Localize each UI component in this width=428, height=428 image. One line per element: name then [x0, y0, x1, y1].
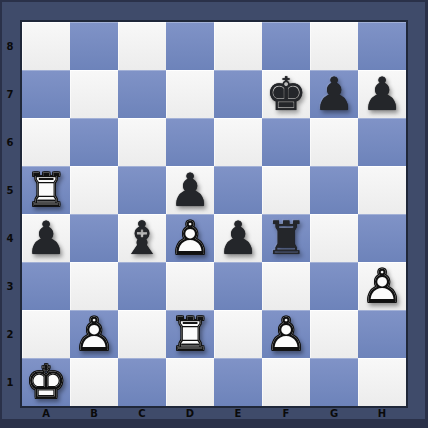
black-pawn[interactable]: ♟ [310, 70, 358, 118]
square-a6[interactable] [22, 118, 70, 166]
square-f5[interactable] [262, 166, 310, 214]
square-e8[interactable] [214, 22, 262, 70]
black-pawn-glyph: ♟ [358, 70, 406, 118]
square-h5[interactable] [358, 166, 406, 214]
file-label-d: D [166, 407, 214, 420]
rank-label-7: 7 [0, 70, 20, 118]
square-b6[interactable] [70, 118, 118, 166]
white-rook-glyph-outline: ♖ [166, 310, 214, 358]
square-h8[interactable] [358, 22, 406, 70]
black-pawn[interactable]: ♟ [22, 214, 70, 262]
square-c4[interactable]: ♝ [118, 214, 166, 262]
chess-diagram: 87654321 ABCDEFGH ♚♟♟♜♖♟♟♝♟♙♟♜♟♙♟♙♜♖♟♙♚♔ [0, 0, 428, 428]
square-b3[interactable] [70, 262, 118, 310]
square-d6[interactable] [166, 118, 214, 166]
black-rook[interactable]: ♜ [262, 214, 310, 262]
square-c3[interactable] [118, 262, 166, 310]
black-pawn-glyph: ♟ [310, 70, 358, 118]
square-g6[interactable] [310, 118, 358, 166]
square-e4[interactable]: ♟ [214, 214, 262, 262]
square-d1[interactable] [166, 358, 214, 406]
square-f1[interactable] [262, 358, 310, 406]
square-g7[interactable]: ♟ [310, 70, 358, 118]
white-rook[interactable]: ♜♖ [166, 310, 214, 358]
square-f8[interactable] [262, 22, 310, 70]
square-e3[interactable] [214, 262, 262, 310]
square-d7[interactable] [166, 70, 214, 118]
white-pawn-glyph-outline: ♙ [70, 310, 118, 358]
black-pawn[interactable]: ♟ [358, 70, 406, 118]
square-c6[interactable] [118, 118, 166, 166]
black-pawn[interactable]: ♟ [166, 166, 214, 214]
white-king[interactable]: ♚♔ [22, 358, 70, 406]
square-h2[interactable] [358, 310, 406, 358]
square-e7[interactable] [214, 70, 262, 118]
square-a8[interactable] [22, 22, 70, 70]
black-pawn[interactable]: ♟ [214, 214, 262, 262]
white-pawn-glyph-outline: ♙ [262, 310, 310, 358]
square-c2[interactable] [118, 310, 166, 358]
black-pawn-glyph: ♟ [214, 214, 262, 262]
file-label-h: H [358, 407, 406, 420]
rank-labels: 87654321 [0, 22, 20, 406]
square-f4[interactable]: ♜ [262, 214, 310, 262]
square-g1[interactable] [310, 358, 358, 406]
square-e6[interactable] [214, 118, 262, 166]
square-b1[interactable] [70, 358, 118, 406]
white-rook-glyph-outline: ♖ [22, 166, 70, 214]
square-c7[interactable] [118, 70, 166, 118]
square-b7[interactable] [70, 70, 118, 118]
square-e2[interactable] [214, 310, 262, 358]
file-label-f: F [262, 407, 310, 420]
square-h6[interactable] [358, 118, 406, 166]
board-wrap: ♚♟♟♜♖♟♟♝♟♙♟♜♟♙♟♙♜♖♟♙♚♔ [20, 20, 408, 408]
square-d4[interactable]: ♟♙ [166, 214, 214, 262]
square-g2[interactable] [310, 310, 358, 358]
white-rook[interactable]: ♜♖ [22, 166, 70, 214]
file-label-e: E [214, 407, 262, 420]
square-g4[interactable] [310, 214, 358, 262]
black-bishop[interactable]: ♝ [118, 214, 166, 262]
rank-label-3: 3 [0, 262, 20, 310]
square-g3[interactable] [310, 262, 358, 310]
white-pawn[interactable]: ♟♙ [262, 310, 310, 358]
square-a3[interactable] [22, 262, 70, 310]
file-label-b: B [70, 407, 118, 420]
square-a5[interactable]: ♜♖ [22, 166, 70, 214]
black-pawn-glyph: ♟ [166, 166, 214, 214]
square-f7[interactable]: ♚ [262, 70, 310, 118]
rank-label-1: 1 [0, 358, 20, 406]
rank-label-4: 4 [0, 214, 20, 262]
white-pawn-glyph-outline: ♙ [166, 214, 214, 262]
square-c1[interactable] [118, 358, 166, 406]
square-b2[interactable]: ♟♙ [70, 310, 118, 358]
square-h1[interactable] [358, 358, 406, 406]
square-f3[interactable] [262, 262, 310, 310]
square-d5[interactable]: ♟ [166, 166, 214, 214]
square-a1[interactable]: ♚♔ [22, 358, 70, 406]
black-king[interactable]: ♚ [262, 70, 310, 118]
white-pawn[interactable]: ♟♙ [166, 214, 214, 262]
square-a7[interactable] [22, 70, 70, 118]
square-e5[interactable] [214, 166, 262, 214]
square-a4[interactable]: ♟ [22, 214, 70, 262]
file-label-c: C [118, 407, 166, 420]
rank-label-8: 8 [0, 22, 20, 70]
square-f2[interactable]: ♟♙ [262, 310, 310, 358]
square-f6[interactable] [262, 118, 310, 166]
white-pawn[interactable]: ♟♙ [70, 310, 118, 358]
square-h7[interactable]: ♟ [358, 70, 406, 118]
chess-board: ♚♟♟♜♖♟♟♝♟♙♟♜♟♙♟♙♜♖♟♙♚♔ [22, 22, 406, 406]
white-pawn-glyph-outline: ♙ [358, 262, 406, 310]
white-pawn[interactable]: ♟♙ [358, 262, 406, 310]
square-g5[interactable] [310, 166, 358, 214]
rank-label-2: 2 [0, 310, 20, 358]
square-a2[interactable] [22, 310, 70, 358]
file-labels: ABCDEFGH [22, 407, 406, 420]
rank-label-5: 5 [0, 166, 20, 214]
square-d2[interactable]: ♜♖ [166, 310, 214, 358]
black-bishop-glyph: ♝ [118, 214, 166, 262]
black-king-glyph: ♚ [262, 70, 310, 118]
square-h4[interactable] [358, 214, 406, 262]
square-d8[interactable] [166, 22, 214, 70]
square-h3[interactable]: ♟♙ [358, 262, 406, 310]
black-pawn-glyph: ♟ [22, 214, 70, 262]
square-g8[interactable] [310, 22, 358, 70]
rank-label-6: 6 [0, 118, 20, 166]
square-d3[interactable] [166, 262, 214, 310]
file-label-g: G [310, 407, 358, 420]
square-c5[interactable] [118, 166, 166, 214]
black-rook-glyph: ♜ [262, 214, 310, 262]
square-b8[interactable] [70, 22, 118, 70]
square-b4[interactable] [70, 214, 118, 262]
square-c8[interactable] [118, 22, 166, 70]
white-king-glyph-outline: ♔ [22, 358, 70, 406]
square-e1[interactable] [214, 358, 262, 406]
square-b5[interactable] [70, 166, 118, 214]
